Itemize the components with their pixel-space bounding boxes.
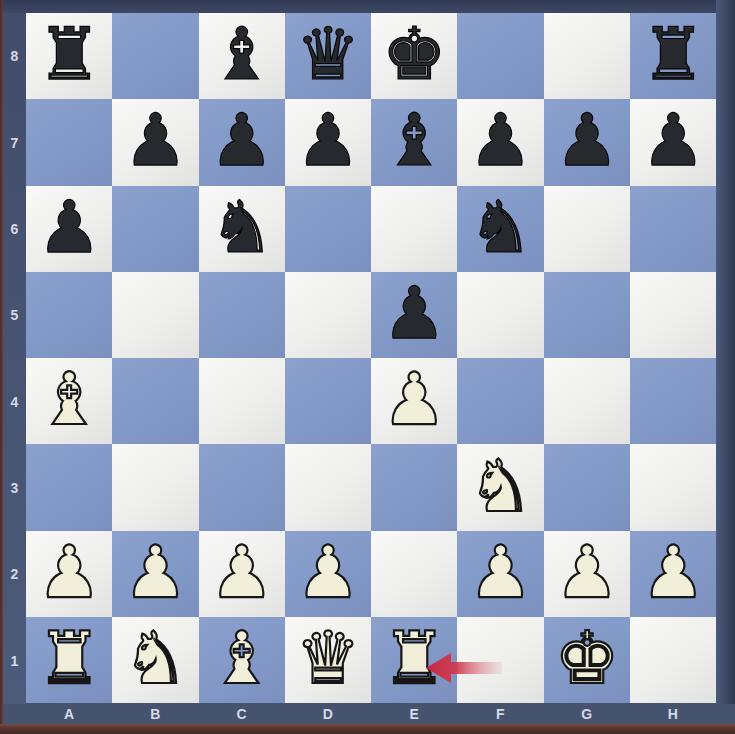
- square-d1[interactable]: ♛: [285, 617, 371, 703]
- file-label-e: E: [371, 704, 457, 724]
- piece-white-pawn: ♟: [209, 536, 274, 608]
- square-a2[interactable]: ♟: [26, 531, 112, 617]
- piece-white-pawn: ♟: [123, 536, 188, 608]
- square-a8[interactable]: ♜: [26, 13, 112, 99]
- piece-black-bishop: ♝: [209, 18, 274, 90]
- rank-label-8: 8: [3, 13, 26, 99]
- piece-white-pawn: ♟: [555, 536, 620, 608]
- square-e2[interactable]: [371, 531, 457, 617]
- piece-black-queen: ♛: [296, 18, 361, 90]
- chess-board: ♜♝♛♚♜♟♟♟♝♟♟♟♟♞♞♟♝♟♞♟♟♟♟♟♟♟♜♞♝♛♜♚: [26, 13, 716, 703]
- square-h5[interactable]: [630, 272, 716, 358]
- square-f5[interactable]: [457, 272, 543, 358]
- square-a5[interactable]: [26, 272, 112, 358]
- square-d2[interactable]: ♟: [285, 531, 371, 617]
- square-g1[interactable]: ♚: [544, 617, 630, 703]
- square-b7[interactable]: ♟: [112, 99, 198, 185]
- piece-white-pawn: ♟: [296, 536, 361, 608]
- square-e1[interactable]: ♜: [371, 617, 457, 703]
- rank-label-3: 3: [3, 445, 26, 531]
- square-f8[interactable]: [457, 13, 543, 99]
- piece-black-knight: ♞: [468, 191, 533, 263]
- file-label-c: C: [199, 704, 285, 724]
- file-label-h: H: [630, 704, 716, 724]
- board-border-right: [716, 0, 735, 724]
- square-g8[interactable]: [544, 13, 630, 99]
- square-c1[interactable]: ♝: [199, 617, 285, 703]
- piece-white-pawn: ♟: [641, 536, 706, 608]
- square-a4[interactable]: ♝: [26, 358, 112, 444]
- file-coordinates: ABCDEFGH: [26, 704, 716, 724]
- square-e5[interactable]: ♟: [371, 272, 457, 358]
- piece-black-rook: ♜: [641, 18, 706, 90]
- square-b8[interactable]: [112, 13, 198, 99]
- piece-black-bishop: ♝: [382, 104, 447, 176]
- piece-black-pawn: ♟: [209, 104, 274, 176]
- square-a6[interactable]: ♟: [26, 186, 112, 272]
- piece-black-pawn: ♟: [382, 277, 447, 349]
- square-d5[interactable]: [285, 272, 371, 358]
- piece-white-pawn: ♟: [468, 536, 533, 608]
- piece-white-pawn: ♟: [37, 536, 102, 608]
- square-f3[interactable]: ♞: [457, 444, 543, 530]
- rank-label-7: 7: [3, 99, 26, 185]
- wood-frame-bottom: [0, 724, 735, 734]
- square-d3[interactable]: [285, 444, 371, 530]
- square-g2[interactable]: ♟: [544, 531, 630, 617]
- file-label-b: B: [112, 704, 198, 724]
- square-b3[interactable]: [112, 444, 198, 530]
- piece-black-knight: ♞: [209, 191, 274, 263]
- file-label-g: G: [544, 704, 630, 724]
- rank-coordinates: 87654321: [3, 13, 26, 704]
- square-f4[interactable]: [457, 358, 543, 444]
- square-c7[interactable]: ♟: [199, 99, 285, 185]
- square-g3[interactable]: [544, 444, 630, 530]
- square-f7[interactable]: ♟: [457, 99, 543, 185]
- square-h3[interactable]: [630, 444, 716, 530]
- square-h7[interactable]: ♟: [630, 99, 716, 185]
- rank-label-1: 1: [3, 618, 26, 704]
- square-h2[interactable]: ♟: [630, 531, 716, 617]
- piece-black-pawn: ♟: [37, 191, 102, 263]
- piece-white-knight: ♞: [468, 450, 533, 522]
- board-border-top: [0, 0, 735, 13]
- piece-black-pawn: ♟: [468, 104, 533, 176]
- square-c5[interactable]: [199, 272, 285, 358]
- wood-frame-left: [0, 0, 3, 734]
- piece-black-pawn: ♟: [123, 104, 188, 176]
- square-c8[interactable]: ♝: [199, 13, 285, 99]
- square-b2[interactable]: ♟: [112, 531, 198, 617]
- piece-white-bishop: ♝: [209, 622, 274, 694]
- square-g6[interactable]: [544, 186, 630, 272]
- square-d8[interactable]: ♛: [285, 13, 371, 99]
- square-h8[interactable]: ♜: [630, 13, 716, 99]
- rank-label-6: 6: [3, 186, 26, 272]
- rank-label-4: 4: [3, 359, 26, 445]
- square-h4[interactable]: [630, 358, 716, 444]
- piece-white-pawn: ♟: [382, 363, 447, 435]
- piece-white-rook: ♜: [382, 622, 447, 694]
- square-b5[interactable]: [112, 272, 198, 358]
- square-e6[interactable]: [371, 186, 457, 272]
- piece-white-bishop: ♝: [37, 363, 102, 435]
- square-g7[interactable]: ♟: [544, 99, 630, 185]
- square-d7[interactable]: ♟: [285, 99, 371, 185]
- piece-black-pawn: ♟: [641, 104, 706, 176]
- piece-black-rook: ♜: [37, 18, 102, 90]
- square-e7[interactable]: ♝: [371, 99, 457, 185]
- chess-board-window: 87654321 ♜♝♛♚♜♟♟♟♝♟♟♟♟♞♞♟♝♟♞♟♟♟♟♟♟♟♜♞♝♛♜…: [0, 0, 735, 734]
- square-f1[interactable]: [457, 617, 543, 703]
- square-e3[interactable]: [371, 444, 457, 530]
- square-c3[interactable]: [199, 444, 285, 530]
- piece-black-pawn: ♟: [296, 104, 361, 176]
- square-a1[interactable]: ♜: [26, 617, 112, 703]
- square-a3[interactable]: [26, 444, 112, 530]
- square-c6[interactable]: ♞: [199, 186, 285, 272]
- square-a7[interactable]: [26, 99, 112, 185]
- piece-white-rook: ♜: [37, 622, 102, 694]
- file-label-f: F: [457, 704, 543, 724]
- piece-black-pawn: ♟: [555, 104, 620, 176]
- square-g5[interactable]: [544, 272, 630, 358]
- square-h6[interactable]: [630, 186, 716, 272]
- square-b6[interactable]: [112, 186, 198, 272]
- file-label-a: A: [26, 704, 112, 724]
- square-f2[interactable]: ♟: [457, 531, 543, 617]
- square-b4[interactable]: [112, 358, 198, 444]
- square-d6[interactable]: [285, 186, 371, 272]
- piece-black-king: ♚: [382, 18, 447, 90]
- square-e8[interactable]: ♚: [371, 13, 457, 99]
- piece-white-queen: ♛: [296, 622, 361, 694]
- piece-white-king: ♚: [555, 622, 620, 694]
- square-b1[interactable]: ♞: [112, 617, 198, 703]
- square-d4[interactable]: [285, 358, 371, 444]
- square-h1[interactable]: [630, 617, 716, 703]
- square-c4[interactable]: [199, 358, 285, 444]
- piece-white-knight: ♞: [123, 622, 188, 694]
- rank-label-2: 2: [3, 531, 26, 617]
- square-g4[interactable]: [544, 358, 630, 444]
- rank-label-5: 5: [3, 272, 26, 358]
- file-label-d: D: [285, 704, 371, 724]
- square-c2[interactable]: ♟: [199, 531, 285, 617]
- square-f6[interactable]: ♞: [457, 186, 543, 272]
- square-e4[interactable]: ♟: [371, 358, 457, 444]
